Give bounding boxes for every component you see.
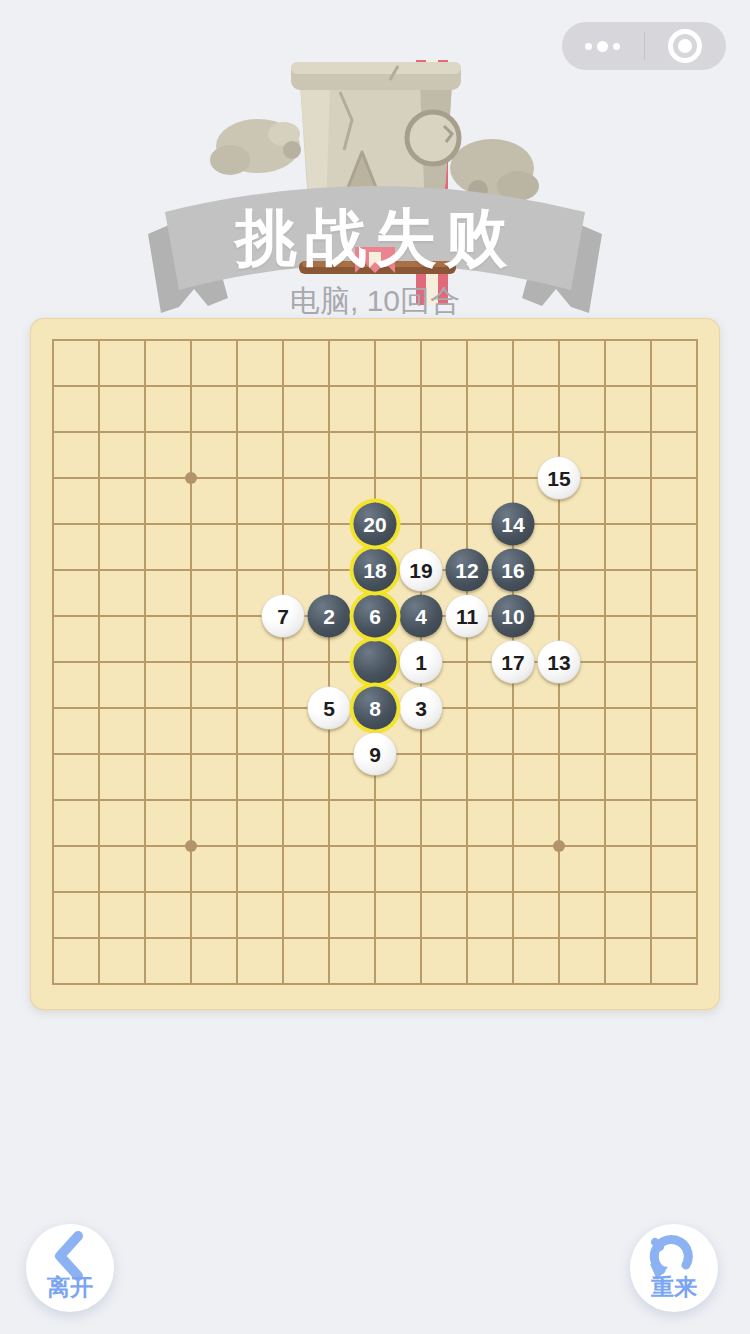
gomoku-board[interactable]: 1234567891011121314151617181920 bbox=[30, 318, 720, 1010]
result-banner-text: 挑战失败 bbox=[0, 196, 750, 280]
stone-6: 6 bbox=[354, 595, 397, 638]
screen: 挑战失败 电脑, 10回合 12345678910111213141516171… bbox=[0, 0, 750, 1334]
retry-button-label: 重来 bbox=[630, 1272, 718, 1303]
star-point bbox=[553, 840, 565, 852]
stone-17: 17 bbox=[492, 641, 535, 684]
stone-10: 10 bbox=[492, 595, 535, 638]
stone-16: 16 bbox=[492, 549, 535, 592]
stone-9: 9 bbox=[354, 733, 397, 776]
medal bbox=[407, 112, 459, 164]
star-point bbox=[185, 472, 197, 484]
stone-4: 4 bbox=[400, 595, 443, 638]
stone-20: 20 bbox=[354, 503, 397, 546]
stone-13: 13 bbox=[538, 641, 581, 684]
stone-19: 19 bbox=[400, 549, 443, 592]
more-button[interactable] bbox=[562, 22, 644, 70]
ellipsis-icon bbox=[585, 41, 620, 52]
retry-button[interactable]: 重来 bbox=[630, 1224, 718, 1312]
stone-7: 7 bbox=[262, 595, 305, 638]
stone-5: 5 bbox=[308, 687, 351, 730]
stone-2: 2 bbox=[308, 595, 351, 638]
stone-14: 14 bbox=[492, 503, 535, 546]
record-circle-icon bbox=[668, 29, 702, 63]
stone-1: 1 bbox=[400, 641, 443, 684]
stone-8: 8 bbox=[354, 687, 397, 730]
stone-center bbox=[354, 641, 397, 684]
wing-left-decor bbox=[210, 119, 301, 175]
match-subtitle: 电脑, 10回合 bbox=[0, 281, 750, 322]
stone-12: 12 bbox=[446, 549, 489, 592]
stone-15: 15 bbox=[538, 457, 581, 500]
stone-3: 3 bbox=[400, 687, 443, 730]
star-point bbox=[185, 840, 197, 852]
leave-button[interactable]: 离开 bbox=[26, 1224, 114, 1312]
wechat-capsule bbox=[562, 22, 726, 70]
close-minimize-button[interactable] bbox=[645, 22, 727, 70]
leave-button-label: 离开 bbox=[26, 1272, 114, 1303]
stone-18: 18 bbox=[354, 549, 397, 592]
stone-11: 11 bbox=[446, 595, 489, 638]
